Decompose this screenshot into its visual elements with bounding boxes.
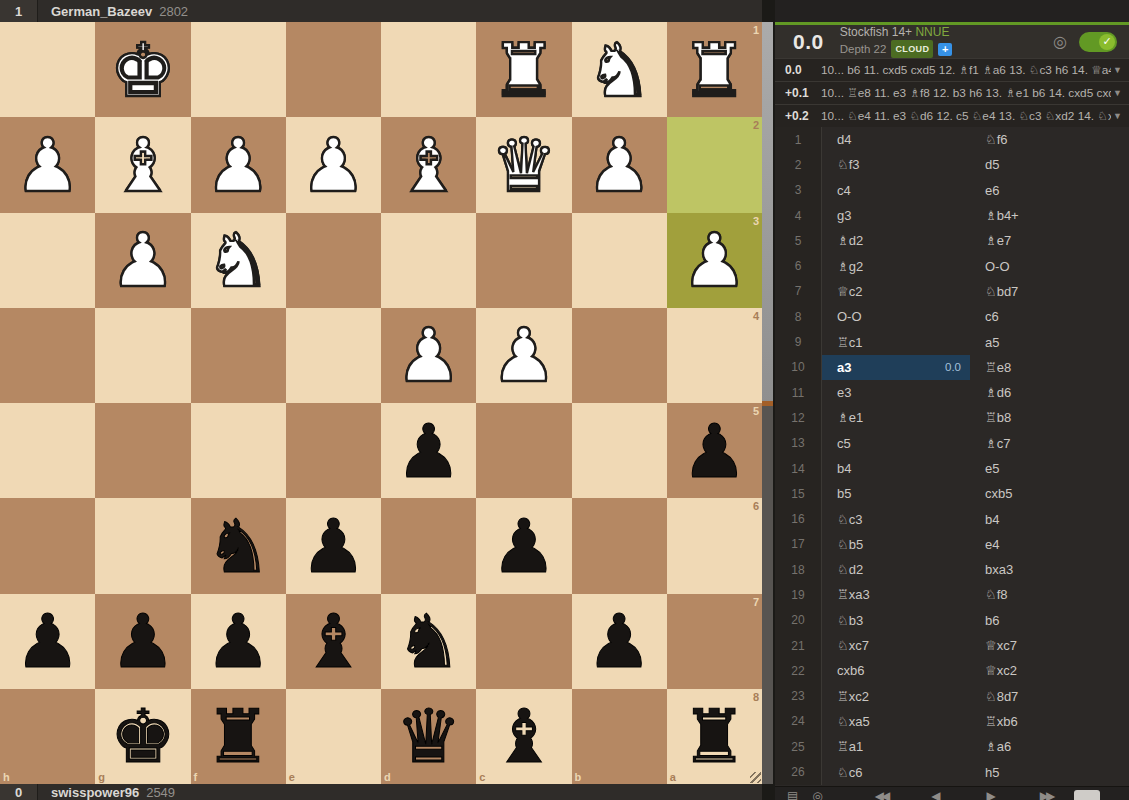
square-b6[interactable] [572, 498, 667, 593]
move-number: 26 [775, 759, 822, 784]
square-g6[interactable] [95, 498, 190, 593]
move-row-11: 11e3♗d6 [775, 380, 1129, 405]
white-move-22[interactable]: cxb6 [822, 658, 970, 683]
square-f8[interactable]: ♜f [191, 689, 286, 784]
board-column: 1 German_Bazeev 2802 ♚♜♞♜1♟♝♟♟♝♛♟2♟♞♟3♟♟… [0, 0, 762, 800]
black-knight[interactable]: ♞ [381, 594, 476, 689]
white-move-4[interactable]: g3 [822, 203, 970, 228]
move-number: 20 [775, 608, 822, 633]
pv-line-3[interactable]: +0.210... ♘e4 11. e3 ♘d6 12. c5 ♘e4 13. … [775, 104, 1129, 127]
black-move-6[interactable]: O-O [970, 253, 1129, 278]
white-move-14[interactable]: b4 [822, 456, 970, 481]
bottom-player-bar: 0 swisspower96 2549 [0, 784, 762, 800]
white-rook[interactable]: ♜ [476, 22, 571, 117]
white-pawn[interactable]: ♟ [381, 308, 476, 403]
move-row-7: 7♕c2♘bd7 [775, 279, 1129, 304]
square-a5[interactable]: ♟5 [667, 403, 762, 498]
move-row-3: 3c4e6 [775, 178, 1129, 203]
move-number: 24 [775, 709, 822, 734]
eval-gauge-wrap [762, 0, 775, 800]
move-number: 15 [775, 481, 822, 506]
black-move-25[interactable]: ♗a6 [970, 734, 1129, 759]
square-g1[interactable]: ♚ [95, 22, 190, 117]
square-g4[interactable] [95, 308, 190, 403]
square-d1[interactable] [381, 22, 476, 117]
bottom-player-score: 0 [0, 784, 38, 800]
square-e7[interactable]: ♝ [286, 594, 381, 689]
pv-eval: +0.2 [785, 109, 821, 123]
move-row-19: 19♖xa3♘f8 [775, 582, 1129, 607]
move-number: 22 [775, 658, 822, 683]
chess-board[interactable]: ♚♜♞♜1♟♝♟♟♝♛♟2♟♞♟3♟♟4♟♟5♞♟♟6♟♟♟♝♞♟7h♚g♜fe… [0, 22, 762, 784]
black-move-1[interactable]: ♘f6 [970, 127, 1129, 152]
current-move-eval: 0.0 [945, 361, 961, 373]
move-row-23: 23♖xc2♘8d7 [775, 684, 1129, 709]
bottom-player-name[interactable]: swisspower96 [51, 785, 139, 800]
square-c4[interactable]: ♟ [476, 308, 571, 403]
square-h7[interactable]: ♟ [0, 594, 95, 689]
black-pawn[interactable]: ♟ [191, 594, 286, 689]
gamebook-button[interactable]: ◎ [812, 790, 822, 800]
white-move-1[interactable]: d4 [822, 127, 970, 152]
white-move-20[interactable]: ♘b3 [822, 608, 970, 633]
engine-toggle-check-icon: ✓ [1099, 34, 1115, 50]
black-move-15[interactable]: cxb5 [970, 481, 1129, 506]
coordinate-rank-6: 6 [753, 500, 759, 512]
black-move-16[interactable]: b4 [970, 506, 1129, 531]
black-rook[interactable]: ♜ [191, 689, 286, 784]
pv-line-1[interactable]: 0.010... b6 11. cxd5 cxd5 12. ♗f1 ♗a6 13… [775, 58, 1129, 81]
square-f4[interactable] [191, 308, 286, 403]
coordinate-rank-7: 7 [753, 596, 759, 608]
square-e2[interactable]: ♟ [286, 117, 381, 212]
top-player-bar: 1 German_Bazeev 2802 [0, 0, 762, 22]
move-list: 1d4♘f62♘f3d53c4e64g3♗b4+5♗d2♗e76♗g2O-O7♕… [775, 127, 1129, 786]
black-move-18[interactable]: bxa3 [970, 557, 1129, 582]
engine-meta: Stockfish 14+ NNUE Depth 22 CLOUD + [840, 25, 952, 58]
move-row-2: 2♘f3d5 [775, 152, 1129, 177]
square-b4[interactable] [572, 308, 667, 403]
square-b3[interactable] [572, 213, 667, 308]
first-move-button[interactable]: ◀◀ [875, 790, 887, 800]
engine-nnue-label: NNUE [915, 25, 949, 39]
black-move-23[interactable]: ♘8d7 [970, 684, 1129, 709]
square-h8[interactable]: h [0, 689, 95, 784]
move-row-18: 18♘d2bxa3 [775, 557, 1129, 582]
engine-settings-icon[interactable]: ◎ [1053, 32, 1067, 51]
white-queen[interactable]: ♛ [476, 117, 571, 212]
square-h1[interactable] [0, 22, 95, 117]
white-move-11[interactable]: e3 [822, 380, 970, 405]
black-king[interactable]: ♚ [95, 689, 190, 784]
move-row-10: 10a30.0♖e8 [775, 355, 1129, 380]
black-pawn[interactable]: ♟ [476, 498, 571, 593]
black-pawn[interactable]: ♟ [572, 594, 667, 689]
square-f6[interactable]: ♞ [191, 498, 286, 593]
move-row-17: 17♘b5e4 [775, 532, 1129, 557]
black-move-11[interactable]: ♗d6 [970, 380, 1129, 405]
square-d7[interactable]: ♞ [381, 594, 476, 689]
black-move-13[interactable]: ♗c7 [970, 431, 1129, 456]
white-move-23[interactable]: ♖xc2 [822, 684, 970, 709]
coordinate-file-h: h [3, 771, 10, 783]
white-move-10[interactable]: a30.0 [822, 355, 970, 380]
square-h6[interactable] [0, 498, 95, 593]
white-pawn[interactable]: ♟ [572, 117, 667, 212]
square-a1[interactable]: ♜1 [667, 22, 762, 117]
analysis-page: 1 German_Bazeev 2802 ♚♜♞♜1♟♝♟♟♝♛♟2♟♞♟3♟♟… [0, 0, 1129, 800]
white-bishop[interactable]: ♝ [95, 117, 190, 212]
pv-line-2[interactable]: +0.110... ♖e8 11. e3 ♗f8 12. b3 h6 13. ♗… [775, 81, 1129, 104]
square-b1[interactable]: ♞ [572, 22, 667, 117]
coordinate-file-e: e [289, 771, 295, 783]
move-row-26: 26♘c6h5 [775, 759, 1129, 784]
current-move-text: a3 [837, 360, 851, 375]
square-d5[interactable]: ♟ [381, 403, 476, 498]
engine-depth: Depth 22 [840, 42, 887, 57]
square-c3[interactable] [476, 213, 571, 308]
coordinate-rank-2: 2 [753, 119, 759, 131]
square-g3[interactable]: ♟ [95, 213, 190, 308]
engine-controls: ◎ ✓ [1053, 32, 1117, 52]
white-knight[interactable]: ♞ [572, 22, 667, 117]
coordinate-rank-4: 4 [753, 310, 759, 322]
move-row-16: 16♘c3b4 [775, 506, 1129, 531]
move-number: 14 [775, 456, 822, 481]
move-number: 7 [775, 279, 822, 304]
square-g8[interactable]: ♚g [95, 689, 190, 784]
move-number: 25 [775, 734, 822, 759]
previous-move-button[interactable]: ◀ [931, 790, 940, 800]
next-move-button[interactable]: ▶ [987, 790, 996, 800]
move-number: 23 [775, 684, 822, 709]
white-pawn[interactable]: ♟ [286, 117, 381, 212]
white-king[interactable]: ♚ [95, 22, 190, 117]
engine-name: Stockfish 14+ [840, 25, 912, 39]
move-number: 13 [775, 431, 822, 456]
top-player-score: 1 [0, 0, 38, 22]
square-h3[interactable] [0, 213, 95, 308]
black-move-4[interactable]: ♗b4+ [970, 203, 1129, 228]
square-f1[interactable] [191, 22, 286, 117]
square-f2[interactable]: ♟ [191, 117, 286, 212]
black-move-3[interactable]: e6 [970, 178, 1129, 203]
square-c8[interactable]: ♝c [476, 689, 571, 784]
analysis-panel: 0.0 Stockfish 14+ NNUE Depth 22 CLOUD + … [775, 0, 1129, 800]
engine-depth-line: Depth 22 CLOUD + [840, 40, 952, 58]
pv-eval: +0.1 [785, 86, 821, 100]
move-number: 1 [775, 127, 822, 152]
white-move-18[interactable]: ♘d2 [822, 557, 970, 582]
square-h4[interactable] [0, 308, 95, 403]
engine-toggle[interactable]: ✓ [1079, 32, 1117, 52]
engine-header: 0.0 Stockfish 14+ NNUE Depth 22 CLOUD + … [775, 22, 1129, 58]
pv-eval: 0.0 [785, 63, 821, 77]
black-bishop[interactable]: ♝ [286, 594, 381, 689]
move-number: 18 [775, 557, 822, 582]
white-move-13[interactable]: c5 [822, 431, 970, 456]
square-f5[interactable] [191, 403, 286, 498]
black-move-24[interactable]: ♖xb6 [970, 709, 1129, 734]
square-c7[interactable] [476, 594, 571, 689]
top-player-name[interactable]: German_Bazeev [51, 4, 152, 19]
menu-button[interactable] [1074, 790, 1100, 800]
white-move-21[interactable]: ♘xc7 [822, 633, 970, 658]
white-move-9[interactable]: ♖c1 [822, 329, 970, 354]
white-move-12[interactable]: ♗e1 [822, 405, 970, 430]
square-e1[interactable] [286, 22, 381, 117]
pv-moves[interactable]: 10... ♘e4 11. e3 ♘d6 12. c5 ♘e4 13. ♘c3 … [821, 109, 1111, 123]
move-row-13: 13c5♗c7 [775, 431, 1129, 456]
black-bishop[interactable]: ♝ [476, 689, 571, 784]
black-pawn[interactable]: ♟ [0, 594, 95, 689]
square-e8[interactable]: e [286, 689, 381, 784]
move-row-24: 24♘xa5♖xb6 [775, 709, 1129, 734]
white-pawn[interactable]: ♟ [191, 117, 286, 212]
black-knight[interactable]: ♞ [191, 498, 286, 593]
white-move-26[interactable]: ♘c6 [822, 759, 970, 784]
square-e4[interactable] [286, 308, 381, 403]
black-move-14[interactable]: e5 [970, 456, 1129, 481]
black-move-26[interactable]: h5 [970, 759, 1129, 784]
square-c1[interactable]: ♜ [476, 22, 571, 117]
move-row-8: 8O-Oc6 [775, 304, 1129, 329]
white-move-7[interactable]: ♕c2 [822, 279, 970, 304]
square-d2[interactable]: ♝ [381, 117, 476, 212]
board-resize-grip[interactable] [750, 772, 761, 783]
square-g2[interactable]: ♝ [95, 117, 190, 212]
move-number: 17 [775, 532, 822, 557]
black-pawn[interactable]: ♟ [381, 403, 476, 498]
white-bishop[interactable]: ♝ [381, 117, 476, 212]
move-number: 6 [775, 253, 822, 278]
coordinate-file-b: b [575, 771, 582, 783]
black-move-19[interactable]: ♘f8 [970, 582, 1129, 607]
move-number: 10 [775, 355, 822, 380]
eval-gauge-midpoint-tick [762, 401, 773, 406]
square-d6[interactable] [381, 498, 476, 593]
panel-top-spacer [775, 0, 1129, 22]
white-move-8[interactable]: O-O [822, 304, 970, 329]
move-row-6: 6♗g2O-O [775, 253, 1129, 278]
pv-moves[interactable]: 10... ♖e8 11. e3 ♗f8 12. b3 h6 13. ♗e1 b… [821, 86, 1111, 100]
square-f3[interactable]: ♞ [191, 213, 286, 308]
black-move-12[interactable]: ♖b8 [970, 405, 1129, 430]
move-row-1: 1d4♘f6 [775, 127, 1129, 152]
black-pawn[interactable]: ♟ [95, 594, 190, 689]
pv-expand-icon[interactable]: ▼ [1113, 111, 1122, 121]
black-move-7[interactable]: ♘bd7 [970, 279, 1129, 304]
square-d4[interactable]: ♟ [381, 308, 476, 403]
square-a6[interactable]: 6 [667, 498, 762, 593]
square-h5[interactable] [0, 403, 95, 498]
move-number: 2 [775, 152, 822, 177]
move-row-22: 22cxb6♕xc2 [775, 658, 1129, 683]
move-number: 4 [775, 203, 822, 228]
black-pawn[interactable]: ♟ [286, 498, 381, 593]
black-rook[interactable]: ♜ [667, 689, 762, 784]
square-a7[interactable]: 7 [667, 594, 762, 689]
last-move-button[interactable]: ▶▶ [1040, 790, 1052, 800]
pv-expand-icon[interactable]: ▼ [1113, 88, 1122, 98]
square-h2[interactable]: ♟ [0, 117, 95, 212]
move-row-9: 9♖c1a5 [775, 329, 1129, 354]
square-b8[interactable]: b [572, 689, 667, 784]
white-knight[interactable]: ♞ [191, 213, 286, 308]
white-move-5[interactable]: ♗d2 [822, 228, 970, 253]
white-rook[interactable]: ♜ [667, 22, 762, 117]
square-b2[interactable]: ♟ [572, 117, 667, 212]
black-pawn[interactable]: ♟ [667, 403, 762, 498]
square-d3[interactable] [381, 213, 476, 308]
white-move-2[interactable]: ♘f3 [822, 152, 970, 177]
black-move-2[interactable]: d5 [970, 152, 1129, 177]
add-line-button[interactable]: + [938, 43, 951, 56]
square-e3[interactable] [286, 213, 381, 308]
white-move-17[interactable]: ♘b5 [822, 532, 970, 557]
square-a3[interactable]: ♟3 [667, 213, 762, 308]
move-row-21: 21♘xc7♕xc7 [775, 633, 1129, 658]
square-a4[interactable]: 4 [667, 308, 762, 403]
black-move-8[interactable]: c6 [970, 304, 1129, 329]
square-b7[interactable]: ♟ [572, 594, 667, 689]
square-d8[interactable]: ♛d [381, 689, 476, 784]
square-c6[interactable]: ♟ [476, 498, 571, 593]
move-row-14: 14b4e5 [775, 456, 1129, 481]
move-row-20: 20♘b3b6 [775, 608, 1129, 633]
square-c5[interactable] [476, 403, 571, 498]
move-row-5: 5♗d2♗e7 [775, 228, 1129, 253]
white-move-19[interactable]: ♖xa3 [822, 582, 970, 607]
pv-moves[interactable]: 10... b6 11. cxd5 cxd5 12. ♗f1 ♗a6 13. ♘… [821, 63, 1111, 77]
move-number: 19 [775, 582, 822, 607]
move-number: 5 [775, 228, 822, 253]
cloud-badge: CLOUD [891, 40, 933, 58]
move-number: 8 [775, 304, 822, 329]
white-pawn[interactable]: ♟ [0, 117, 95, 212]
white-move-15[interactable]: b5 [822, 481, 970, 506]
move-number: 12 [775, 405, 822, 430]
move-row-25: 25♖a1♗a6 [775, 734, 1129, 759]
white-move-24[interactable]: ♘xa5 [822, 709, 970, 734]
pv-expand-icon[interactable]: ▼ [1113, 65, 1122, 75]
square-f7[interactable]: ♟ [191, 594, 286, 689]
eval-gauge [762, 22, 773, 784]
move-number: 11 [775, 380, 822, 405]
black-move-20[interactable]: b6 [970, 608, 1129, 633]
square-g7[interactable]: ♟ [95, 594, 190, 689]
move-number: 21 [775, 633, 822, 658]
black-move-9[interactable]: a5 [970, 329, 1129, 354]
black-move-5[interactable]: ♗e7 [970, 228, 1129, 253]
white-pawn[interactable]: ♟ [476, 308, 571, 403]
square-b5[interactable] [572, 403, 667, 498]
square-e5[interactable] [286, 403, 381, 498]
move-number: 9 [775, 329, 822, 354]
white-move-3[interactable]: c4 [822, 178, 970, 203]
black-move-10[interactable]: ♖e8 [970, 355, 1129, 380]
square-a2[interactable]: 2 [667, 117, 762, 212]
eval-gauge-white-side [762, 22, 773, 403]
top-player-rating: 2802 [159, 4, 188, 19]
black-move-22[interactable]: ♕xc2 [970, 658, 1129, 683]
move-row-12: 12♗e1♖b8 [775, 405, 1129, 430]
playback-controls: ▤◎◀◀◀▶▶▶ [775, 786, 1129, 800]
square-g5[interactable] [95, 403, 190, 498]
bottom-player-rating: 2549 [146, 785, 175, 800]
black-move-21[interactable]: ♕xc7 [970, 633, 1129, 658]
white-pawn[interactable]: ♟ [95, 213, 190, 308]
black-move-17[interactable]: e4 [970, 532, 1129, 557]
square-a8[interactable]: ♜8a [667, 689, 762, 784]
move-row-15: 15b5cxb5 [775, 481, 1129, 506]
square-c2[interactable]: ♛ [476, 117, 571, 212]
engine-eval: 0.0 [793, 30, 824, 54]
engine-name-line: Stockfish 14+ NNUE [840, 25, 952, 40]
analysis-menu-button[interactable]: ▤ [787, 790, 798, 800]
white-move-16[interactable]: ♘c3 [822, 506, 970, 531]
black-queen[interactable]: ♛ [381, 689, 476, 784]
white-pawn[interactable]: ♟ [667, 213, 762, 308]
square-e6[interactable]: ♟ [286, 498, 381, 593]
white-move-25[interactable]: ♖a1 [822, 734, 970, 759]
pv-lines: 0.010... b6 11. cxd5 cxd5 12. ♗f1 ♗a6 13… [775, 58, 1129, 127]
move-number: 16 [775, 506, 822, 531]
move-row-4: 4g3♗b4+ [775, 203, 1129, 228]
move-number: 3 [775, 178, 822, 203]
white-move-6[interactable]: ♗g2 [822, 253, 970, 278]
